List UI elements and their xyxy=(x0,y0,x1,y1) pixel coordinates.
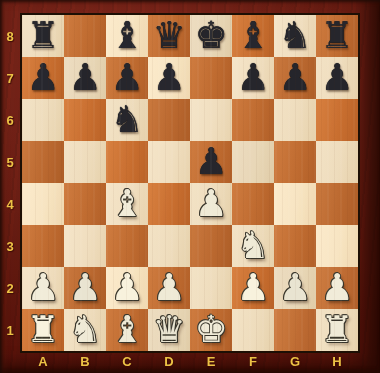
square-e4[interactable]: ♟ xyxy=(190,183,232,225)
piece-white-queen[interactable]: ♛ xyxy=(152,309,185,351)
piece-black-pawn[interactable]: ♟ xyxy=(68,57,101,99)
piece-white-rook[interactable]: ♜ xyxy=(26,309,59,351)
square-a3[interactable] xyxy=(22,225,64,267)
square-b3[interactable] xyxy=(64,225,106,267)
square-f2[interactable]: ♟ xyxy=(232,267,274,309)
square-h6[interactable] xyxy=(316,99,358,141)
file-label-c: C xyxy=(106,351,148,371)
piece-white-pawn[interactable]: ♟ xyxy=(236,267,269,309)
square-g4[interactable] xyxy=(274,183,316,225)
square-d5[interactable] xyxy=(148,141,190,183)
piece-black-bishop[interactable]: ♝ xyxy=(110,15,143,57)
rank-label-5: 5 xyxy=(0,141,20,183)
square-c2[interactable]: ♟ xyxy=(106,267,148,309)
piece-black-knight[interactable]: ♞ xyxy=(110,99,143,141)
board: ♜♝♛♚♝♞♜♟♟♟♟♟♟♟♞♟♝♟♞♟♟♟♟♟♟♟♜♞♝♛♚♜ xyxy=(20,13,360,353)
square-e8[interactable]: ♚ xyxy=(190,15,232,57)
file-label-h: H xyxy=(316,351,358,371)
file-label-g: G xyxy=(274,351,316,371)
square-c7[interactable]: ♟ xyxy=(106,57,148,99)
square-f7[interactable]: ♟ xyxy=(232,57,274,99)
square-b4[interactable] xyxy=(64,183,106,225)
square-e3[interactable] xyxy=(190,225,232,267)
square-g3[interactable] xyxy=(274,225,316,267)
square-d4[interactable] xyxy=(148,183,190,225)
square-e5[interactable]: ♟ xyxy=(190,141,232,183)
piece-black-rook[interactable]: ♜ xyxy=(320,15,353,57)
square-h8[interactable]: ♜ xyxy=(316,15,358,57)
square-f8[interactable]: ♝ xyxy=(232,15,274,57)
piece-black-pawn[interactable]: ♟ xyxy=(236,57,269,99)
piece-white-rook[interactable]: ♜ xyxy=(320,309,353,351)
square-c3[interactable] xyxy=(106,225,148,267)
square-b8[interactable] xyxy=(64,15,106,57)
rank-label-7: 7 xyxy=(0,57,20,99)
square-d7[interactable]: ♟ xyxy=(148,57,190,99)
square-d6[interactable] xyxy=(148,99,190,141)
file-label-f: F xyxy=(232,351,274,371)
square-d8[interactable]: ♛ xyxy=(148,15,190,57)
square-b7[interactable]: ♟ xyxy=(64,57,106,99)
square-b5[interactable] xyxy=(64,141,106,183)
rank-labels: 87654321 xyxy=(0,15,20,351)
piece-white-pawn[interactable]: ♟ xyxy=(110,267,143,309)
square-a6[interactable] xyxy=(22,99,64,141)
rank-label-3: 3 xyxy=(0,225,20,267)
piece-black-queen[interactable]: ♛ xyxy=(152,15,185,57)
square-h7[interactable]: ♟ xyxy=(316,57,358,99)
square-h1[interactable]: ♜ xyxy=(316,309,358,351)
square-h5[interactable] xyxy=(316,141,358,183)
rank-label-4: 4 xyxy=(0,183,20,225)
piece-white-bishop[interactable]: ♝ xyxy=(110,183,143,225)
square-g6[interactable] xyxy=(274,99,316,141)
square-a4[interactable] xyxy=(22,183,64,225)
square-c4[interactable]: ♝ xyxy=(106,183,148,225)
file-label-d: D xyxy=(148,351,190,371)
square-f1[interactable] xyxy=(232,309,274,351)
square-f5[interactable] xyxy=(232,141,274,183)
piece-white-pawn[interactable]: ♟ xyxy=(152,267,185,309)
piece-white-pawn[interactable]: ♟ xyxy=(320,267,353,309)
square-b1[interactable]: ♞ xyxy=(64,309,106,351)
piece-white-pawn[interactable]: ♟ xyxy=(194,183,227,225)
square-c8[interactable]: ♝ xyxy=(106,15,148,57)
square-h4[interactable] xyxy=(316,183,358,225)
piece-black-knight[interactable]: ♞ xyxy=(278,15,311,57)
piece-black-pawn[interactable]: ♟ xyxy=(320,57,353,99)
square-a5[interactable] xyxy=(22,141,64,183)
square-c5[interactable] xyxy=(106,141,148,183)
square-a2[interactable]: ♟ xyxy=(22,267,64,309)
piece-white-pawn[interactable]: ♟ xyxy=(278,267,311,309)
rank-label-1: 1 xyxy=(0,309,20,351)
square-h2[interactable]: ♟ xyxy=(316,267,358,309)
piece-black-pawn[interactable]: ♟ xyxy=(152,57,185,99)
square-e2[interactable] xyxy=(190,267,232,309)
piece-black-pawn[interactable]: ♟ xyxy=(110,57,143,99)
square-c1[interactable]: ♝ xyxy=(106,309,148,351)
file-label-b: B xyxy=(64,351,106,371)
square-b6[interactable] xyxy=(64,99,106,141)
piece-black-pawn[interactable]: ♟ xyxy=(26,57,59,99)
rank-label-6: 6 xyxy=(0,99,20,141)
piece-black-pawn[interactable]: ♟ xyxy=(278,57,311,99)
square-f3[interactable]: ♞ xyxy=(232,225,274,267)
square-a8[interactable]: ♜ xyxy=(22,15,64,57)
square-h3[interactable] xyxy=(316,225,358,267)
square-e6[interactable] xyxy=(190,99,232,141)
square-g1[interactable] xyxy=(274,309,316,351)
chess-board-window: 87654321 ♜♝♛♚♝♞♜♟♟♟♟♟♟♟♞♟♝♟♞♟♟♟♟♟♟♟♜♞♝♛♚… xyxy=(0,0,380,373)
square-g5[interactable] xyxy=(274,141,316,183)
file-label-e: E xyxy=(190,351,232,371)
square-e1[interactable]: ♚ xyxy=(190,309,232,351)
piece-white-pawn[interactable]: ♟ xyxy=(26,267,59,309)
file-labels: ABCDEFGH xyxy=(22,351,358,371)
piece-black-pawn[interactable]: ♟ xyxy=(194,141,227,183)
piece-white-knight[interactable]: ♞ xyxy=(236,225,269,267)
piece-white-bishop[interactable]: ♝ xyxy=(110,309,143,351)
square-g8[interactable]: ♞ xyxy=(274,15,316,57)
piece-black-bishop[interactable]: ♝ xyxy=(236,15,269,57)
piece-black-rook[interactable]: ♜ xyxy=(26,15,59,57)
square-d3[interactable] xyxy=(148,225,190,267)
piece-white-king[interactable]: ♚ xyxy=(194,309,227,351)
square-a7[interactable]: ♟ xyxy=(22,57,64,99)
square-e7[interactable] xyxy=(190,57,232,99)
square-d1[interactable]: ♛ xyxy=(148,309,190,351)
square-f4[interactable] xyxy=(232,183,274,225)
piece-white-knight[interactable]: ♞ xyxy=(68,309,101,351)
square-g7[interactable]: ♟ xyxy=(274,57,316,99)
square-f6[interactable] xyxy=(232,99,274,141)
square-d2[interactable]: ♟ xyxy=(148,267,190,309)
file-label-a: A xyxy=(22,351,64,371)
rank-label-2: 2 xyxy=(0,267,20,309)
square-g2[interactable]: ♟ xyxy=(274,267,316,309)
piece-black-king[interactable]: ♚ xyxy=(194,15,227,57)
rank-label-8: 8 xyxy=(0,15,20,57)
square-a1[interactable]: ♜ xyxy=(22,309,64,351)
square-c6[interactable]: ♞ xyxy=(106,99,148,141)
piece-white-pawn[interactable]: ♟ xyxy=(68,267,101,309)
square-b2[interactable]: ♟ xyxy=(64,267,106,309)
